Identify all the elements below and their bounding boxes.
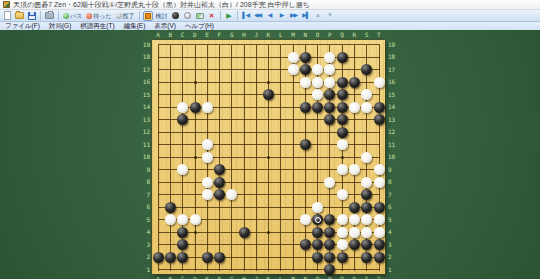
col-label-top: K (267, 32, 271, 38)
stone-black-P14[interactable] (324, 102, 335, 113)
board-mode-button[interactable] (143, 11, 153, 21)
fast-forward-icon: ▶▶ (290, 11, 297, 20)
stone-white-Q5[interactable] (337, 214, 348, 225)
stone-white-M17[interactable] (288, 64, 299, 75)
eraser-tool-button[interactable] (195, 11, 205, 21)
stone-white-Q3[interactable] (337, 239, 348, 250)
col-label-top: H (242, 32, 246, 38)
row-label-right: 1 (388, 267, 400, 273)
stone-black-Q13[interactable] (337, 114, 348, 125)
stone-white-P8[interactable] (324, 177, 335, 188)
row-label-left: 18 (138, 54, 150, 60)
back-icon: ◀ (268, 11, 272, 20)
col-label-top: S (365, 32, 369, 38)
row-label-left: 5 (138, 217, 150, 223)
menu-file[interactable]: ファイル(F) (5, 22, 40, 30)
undo-icon (86, 13, 92, 19)
stone-white-M18[interactable] (288, 52, 299, 63)
menu-help[interactable]: ヘルプ(H) (185, 22, 214, 30)
save-icon (28, 12, 36, 20)
stone-black-P15[interactable] (324, 89, 335, 100)
last-move-icon: ▶▌ (302, 11, 309, 20)
stone-white-R5[interactable] (349, 214, 360, 225)
col-label-top: J (254, 32, 258, 38)
row-label-right: 15 (388, 92, 400, 98)
row-label-right: 19 (388, 42, 400, 48)
stone-white-S4[interactable] (361, 227, 372, 238)
extra-tool-button-2[interactable]: ▼ (325, 11, 335, 21)
row-label-right: 10 (388, 154, 400, 160)
stone-white-E8[interactable] (202, 177, 213, 188)
stone-black-P1[interactable] (324, 264, 335, 275)
stone-white-S14[interactable] (361, 102, 372, 113)
stone-black-T6[interactable] (374, 202, 385, 213)
stone-black-B6[interactable] (165, 202, 176, 213)
stone-black-T2[interactable] (374, 252, 385, 263)
extra-tool-icon: ▲ (315, 11, 320, 20)
grid-line-vertical (170, 45, 171, 271)
first-move-button[interactable]: ▌◀ (241, 11, 251, 21)
stone-white-T9[interactable] (374, 164, 385, 175)
pass-label: パス (70, 11, 82, 21)
stone-black-Q14[interactable] (337, 102, 348, 113)
grid-line-vertical (256, 45, 257, 271)
stone-white-S5[interactable] (361, 214, 372, 225)
stone-black-O2[interactable] (312, 252, 323, 263)
undo-label: 待った (93, 11, 111, 21)
print-button[interactable] (44, 11, 55, 21)
white-stone-tool-button[interactable] (183, 11, 193, 21)
stone-white-D5[interactable] (190, 214, 201, 225)
stone-black-T13[interactable] (374, 114, 385, 125)
star-point (267, 156, 270, 159)
col-label-top: D (193, 32, 197, 38)
stone-white-T8[interactable] (374, 177, 385, 188)
menu-game[interactable]: 対局(G) (49, 22, 71, 30)
grid-line-horizontal (158, 182, 380, 183)
stone-black-Q15[interactable] (337, 89, 348, 100)
row-label-left: 12 (138, 129, 150, 135)
grid-line-horizontal (158, 69, 380, 70)
grid-line-vertical (158, 45, 159, 271)
new-file-button[interactable] (2, 11, 12, 21)
menu-replay[interactable]: 棋譜再生(T) (80, 22, 114, 30)
row-label-left: 10 (138, 154, 150, 160)
grid-line-vertical (280, 45, 281, 271)
star-point (194, 231, 197, 234)
star-point (194, 156, 197, 159)
stone-black-P2[interactable] (324, 252, 335, 263)
grid-line-horizontal (158, 207, 380, 208)
stone-white-N16[interactable] (300, 77, 311, 88)
stone-white-E10[interactable] (202, 152, 213, 163)
analyze-label: 検討 (156, 11, 168, 21)
toolbar-separator (139, 11, 140, 20)
col-label-top: E (205, 32, 209, 38)
stone-black-N18[interactable] (300, 52, 311, 63)
stone-black-N11[interactable] (300, 139, 311, 150)
stone-white-G7[interactable] (226, 189, 237, 200)
go-board[interactable] (152, 40, 385, 274)
col-label-top: T (377, 32, 381, 38)
stone-white-T16[interactable] (374, 77, 385, 88)
stone-white-C14[interactable] (177, 102, 188, 113)
printer-icon (45, 12, 54, 19)
col-label-top: A (156, 32, 160, 38)
star-point (267, 231, 270, 234)
stone-black-R16[interactable] (349, 77, 360, 88)
stone-black-S2[interactable] (361, 252, 372, 263)
stone-black-Q18[interactable] (337, 52, 348, 63)
stone-black-H4[interactable] (239, 227, 250, 238)
stone-white-P16[interactable] (324, 77, 335, 88)
fast-back-button[interactable]: ◀◀ (253, 11, 263, 21)
delete-icon: × (209, 12, 214, 20)
stone-white-S10[interactable] (361, 152, 372, 163)
back-button[interactable]: ◀ (265, 11, 275, 21)
black-stone-tool-button[interactable] (171, 11, 181, 21)
stone-white-E7[interactable] (202, 189, 213, 200)
grid-line-horizontal (158, 44, 380, 45)
fast-back-icon: ◀◀ (254, 11, 261, 20)
window-title: 天頂の囲碁7 Zen・62期十段戦①/芝野虎丸十段（黒）対井山裕太（白）/ 20… (13, 0, 310, 10)
stone-white-E11[interactable] (202, 139, 213, 150)
col-label-top: P (328, 32, 332, 38)
toolbar-separator (40, 11, 41, 20)
stone-white-O15[interactable] (312, 89, 323, 100)
stone-white-S15[interactable] (361, 89, 372, 100)
stone-black-O3[interactable] (312, 239, 323, 250)
row-label-right: 12 (388, 129, 400, 135)
stone-white-S8[interactable] (361, 177, 372, 188)
row-label-right: 17 (388, 67, 400, 73)
row-label-right: 4 (388, 229, 400, 235)
toolbar-separator (220, 11, 221, 20)
toolbar-separator (237, 11, 238, 20)
stone-white-P17[interactable] (324, 64, 335, 75)
stone-black-C2[interactable] (177, 252, 188, 263)
open-folder-icon (15, 12, 24, 19)
row-label-right: 5 (388, 217, 400, 223)
new-file-icon (4, 11, 11, 20)
row-label-right: 7 (388, 192, 400, 198)
toolbar: パス 待った 投了 検討 × ▶ ▌◀ ◀◀ ◀ ▶ ▶▶ ▶▌ ▲ ▼ (0, 10, 540, 22)
col-label-top: O (316, 32, 320, 38)
stone-black-S7[interactable] (361, 189, 372, 200)
stone-black-R6[interactable] (349, 202, 360, 213)
stone-black-O5[interactable] (312, 214, 323, 225)
row-label-left: 13 (138, 117, 150, 123)
row-label-right: 3 (388, 242, 400, 248)
stone-black-P5[interactable] (324, 214, 335, 225)
row-label-left: 15 (138, 92, 150, 98)
stone-black-D14[interactable] (190, 102, 201, 113)
col-label-top: Q (340, 32, 344, 38)
stone-white-O16[interactable] (312, 77, 323, 88)
undo-move-button[interactable]: 待った (85, 11, 112, 21)
menu-edit[interactable]: 編集(E) (124, 22, 146, 30)
col-label-top: C (181, 32, 185, 38)
first-move-icon: ▌◀ (242, 11, 249, 20)
stone-white-T4[interactable] (374, 227, 385, 238)
extra-tool-button[interactable]: ▲ (313, 11, 323, 21)
black-stone-icon (172, 12, 179, 19)
star-point (267, 81, 270, 84)
stone-white-R14[interactable] (349, 102, 360, 113)
play-icon: ▶ (226, 11, 230, 20)
col-label-top: M (291, 32, 295, 38)
stone-black-B2[interactable] (165, 252, 176, 263)
row-label-left: 16 (138, 79, 150, 85)
col-label-top: R (353, 32, 357, 38)
row-label-left: 1 (138, 267, 150, 273)
stone-white-O17[interactable] (312, 64, 323, 75)
grid-line-vertical (219, 45, 220, 271)
row-label-left: 17 (138, 67, 150, 73)
stone-black-C3[interactable] (177, 239, 188, 250)
row-label-right: 18 (388, 54, 400, 60)
pass-button[interactable]: パス (62, 11, 83, 21)
play-button[interactable]: ▶ (224, 11, 234, 21)
row-label-right: 11 (388, 142, 400, 148)
row-label-left: 9 (138, 167, 150, 173)
toolbar-separator (58, 11, 59, 20)
grid-line-horizontal (158, 269, 380, 270)
stone-black-Q16[interactable] (337, 77, 348, 88)
row-label-right: 8 (388, 179, 400, 185)
stone-white-Q9[interactable] (337, 164, 348, 175)
row-label-right: 13 (388, 117, 400, 123)
row-label-right: 9 (388, 167, 400, 173)
stone-white-E14[interactable] (202, 102, 213, 113)
row-label-right: 6 (388, 204, 400, 210)
stone-black-Q12[interactable] (337, 127, 348, 138)
row-label-left: 8 (138, 179, 150, 185)
stone-white-R9[interactable] (349, 164, 360, 175)
col-label-top: G (230, 32, 234, 38)
stone-white-C5[interactable] (177, 214, 188, 225)
row-label-left: 3 (138, 242, 150, 248)
row-label-right: 14 (388, 104, 400, 110)
stone-white-C9[interactable] (177, 164, 188, 175)
stone-black-O4[interactable] (312, 227, 323, 238)
analyze-button[interactable]: 検討 (155, 11, 169, 21)
stone-black-R3[interactable] (349, 239, 360, 250)
stone-white-P18[interactable] (324, 52, 335, 63)
stone-black-A2[interactable] (153, 252, 164, 263)
row-label-left: 6 (138, 204, 150, 210)
grid-line-vertical (231, 45, 232, 271)
save-button[interactable] (27, 11, 37, 21)
stone-white-R4[interactable] (349, 227, 360, 238)
stone-black-N17[interactable] (300, 64, 311, 75)
stone-white-Q4[interactable] (337, 227, 348, 238)
last-move-marker (315, 217, 321, 223)
stone-white-O6[interactable] (312, 202, 323, 213)
col-label-top: L (279, 32, 283, 38)
col-label-top: N (303, 32, 307, 38)
title-bar: 天頂の囲碁7 Zen・62期十段戦①/芝野虎丸十段（黒）対井山裕太（白）/ 20… (0, 0, 540, 10)
grid-line-vertical (293, 45, 294, 271)
stone-black-F9[interactable] (214, 164, 225, 175)
stone-white-N5[interactable] (300, 214, 311, 225)
stone-black-S6[interactable] (361, 202, 372, 213)
menu-bar: ファイル(F) 対局(G) 棋譜再生(T) 編集(E) 表示(V) ヘルプ(H) (0, 22, 540, 30)
stone-black-T3[interactable] (374, 239, 385, 250)
stone-white-B5[interactable] (165, 214, 176, 225)
delete-button[interactable]: × (207, 11, 217, 21)
forward-button[interactable]: ▶ (277, 11, 287, 21)
row-label-left: 7 (138, 192, 150, 198)
row-label-right: 16 (388, 79, 400, 85)
stone-black-N14[interactable] (300, 102, 311, 113)
stone-black-C13[interactable] (177, 114, 188, 125)
stone-black-K15[interactable] (263, 89, 274, 100)
eraser-icon (196, 13, 204, 19)
stone-white-Q7[interactable] (337, 189, 348, 200)
stone-black-Q2[interactable] (337, 252, 348, 263)
row-label-left: 4 (138, 229, 150, 235)
col-label-top: B (169, 32, 173, 38)
col-label-top: F (218, 32, 222, 38)
resign-label: 投了 (123, 11, 135, 21)
stone-white-T5[interactable] (374, 214, 385, 225)
last-move-button[interactable]: ▶▌ (301, 11, 311, 21)
star-point (341, 156, 344, 159)
stone-black-T14[interactable] (374, 102, 385, 113)
stone-black-N3[interactable] (300, 239, 311, 250)
board-mode-icon (145, 13, 151, 19)
row-label-left: 2 (138, 254, 150, 260)
row-label-left: 11 (138, 142, 150, 148)
fast-forward-button[interactable]: ▶▶ (289, 11, 299, 21)
stone-black-S17[interactable] (361, 64, 372, 75)
stone-black-P4[interactable] (324, 227, 335, 238)
stone-black-F7[interactable] (214, 189, 225, 200)
white-stone-icon (184, 12, 191, 19)
forward-icon: ▶ (280, 11, 284, 20)
pass-icon (63, 13, 69, 19)
extra-tool-icon-2: ▼ (327, 11, 332, 20)
row-label-right: 2 (388, 254, 400, 260)
stone-white-Q11[interactable] (337, 139, 348, 150)
stone-black-S3[interactable] (361, 239, 372, 250)
row-label-left: 19 (138, 42, 150, 48)
app-window: { "window": { "title": "天頂の囲碁7 Zen・62期十段… (0, 0, 540, 279)
menu-view[interactable]: 表示(V) (154, 22, 176, 30)
resign-button[interactable]: 投了 (115, 11, 136, 21)
stone-black-E2[interactable] (202, 252, 213, 263)
stone-black-O14[interactable] (312, 102, 323, 113)
resign-icon (116, 13, 122, 19)
app-icon (3, 1, 10, 8)
star-point (194, 81, 197, 84)
stone-black-P13[interactable] (324, 114, 335, 125)
stone-black-F8[interactable] (214, 177, 225, 188)
stone-black-P3[interactable] (324, 239, 335, 250)
open-file-button[interactable] (14, 11, 25, 21)
row-label-left: 14 (138, 104, 150, 110)
stone-black-F2[interactable] (214, 252, 225, 263)
stone-black-C4[interactable] (177, 227, 188, 238)
